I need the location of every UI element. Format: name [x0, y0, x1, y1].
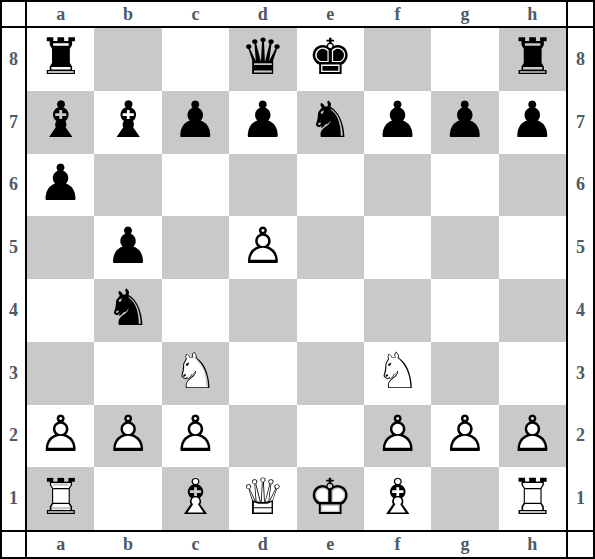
rank-label-8: 8: [568, 28, 593, 91]
piece-glyph: ♔: [297, 467, 364, 530]
square-e4[interactable]: [297, 279, 364, 342]
file-label-a: a: [27, 532, 94, 557]
square-g4[interactable]: [431, 279, 498, 342]
white-bishop-c1[interactable]: ♝♗: [162, 467, 229, 530]
piece-glyph: ♘: [364, 342, 431, 405]
white-knight-f3[interactable]: ♞♘: [364, 342, 431, 405]
black-pawn-f7[interactable]: ♟: [364, 91, 431, 154]
file-label-f: f: [364, 532, 431, 557]
rank-label-7: 7: [2, 91, 25, 154]
square-c7[interactable]: ♟: [162, 91, 229, 154]
square-f2[interactable]: ♟♙: [364, 405, 431, 468]
piece-glyph: ♙: [94, 405, 161, 468]
black-queen-d8[interactable]: ♛: [229, 28, 296, 91]
piece-glyph: ♙: [229, 216, 296, 279]
piece-glyph: ♚: [297, 28, 364, 91]
square-h7[interactable]: ♟: [499, 91, 566, 154]
rank-label-5: 5: [2, 216, 25, 279]
square-d3[interactable]: [229, 342, 296, 405]
black-pawn-h7[interactable]: ♟: [499, 91, 566, 154]
square-e8[interactable]: ♚: [297, 28, 364, 91]
square-f8[interactable]: [364, 28, 431, 91]
square-a5[interactable]: [27, 216, 94, 279]
square-h2[interactable]: ♟♙: [499, 405, 566, 468]
board-border-right: [566, 2, 568, 557]
file-label-a: a: [27, 2, 94, 26]
file-label-b: b: [94, 532, 161, 557]
black-rook-h8[interactable]: ♜: [499, 28, 566, 91]
file-label-h: h: [499, 532, 566, 557]
piece-glyph: ♗: [364, 467, 431, 530]
rank-labels-left: 87654321: [2, 28, 25, 530]
square-d2[interactable]: [229, 405, 296, 468]
square-h8[interactable]: ♜: [499, 28, 566, 91]
square-b2[interactable]: ♟♙: [94, 405, 161, 468]
piece-glyph: ♝: [94, 91, 161, 154]
file-label-c: c: [162, 532, 229, 557]
square-b1[interactable]: [94, 467, 161, 530]
piece-glyph: ♙: [364, 405, 431, 468]
piece-glyph: ♝: [27, 91, 94, 154]
square-e1[interactable]: ♚♔: [297, 467, 364, 530]
black-knight-e7[interactable]: ♞: [297, 91, 364, 154]
piece-glyph: ♙: [431, 405, 498, 468]
square-d8[interactable]: ♛: [229, 28, 296, 91]
rank-label-1: 1: [2, 467, 25, 530]
piece-glyph: ♟: [229, 91, 296, 154]
rank-label-5: 5: [568, 216, 593, 279]
square-d1[interactable]: ♛♕: [229, 467, 296, 530]
square-g5[interactable]: [431, 216, 498, 279]
square-f6[interactable]: [364, 154, 431, 217]
square-a1[interactable]: ♜♖: [27, 467, 94, 530]
square-h5[interactable]: [499, 216, 566, 279]
piece-glyph: ♟: [94, 216, 161, 279]
white-pawn-g2[interactable]: ♟♙: [431, 405, 498, 468]
black-pawn-g7[interactable]: ♟: [431, 91, 498, 154]
piece-glyph: ♙: [27, 405, 94, 468]
square-e2[interactable]: [297, 405, 364, 468]
white-knight-c3[interactable]: ♞♘: [162, 342, 229, 405]
white-pawn-f2[interactable]: ♟♙: [364, 405, 431, 468]
square-g6[interactable]: [431, 154, 498, 217]
file-label-f: f: [364, 2, 431, 26]
file-label-b: b: [94, 2, 161, 26]
square-d6[interactable]: [229, 154, 296, 217]
rank-label-3: 3: [2, 342, 25, 405]
square-f5[interactable]: [364, 216, 431, 279]
piece-glyph: ♞: [297, 91, 364, 154]
black-pawn-c7[interactable]: ♟: [162, 91, 229, 154]
white-pawn-a2[interactable]: ♟♙: [27, 405, 94, 468]
square-a8[interactable]: ♜: [27, 28, 94, 91]
square-a4[interactable]: [27, 279, 94, 342]
file-label-g: g: [431, 532, 498, 557]
square-c8[interactable]: [162, 28, 229, 91]
white-rook-h1[interactable]: ♜♖: [499, 467, 566, 530]
square-a7[interactable]: ♝: [27, 91, 94, 154]
piece-glyph: ♛: [229, 28, 296, 91]
square-b6[interactable]: [94, 154, 161, 217]
square-b8[interactable]: [94, 28, 161, 91]
piece-glyph: ♟: [364, 91, 431, 154]
square-h3[interactable]: [499, 342, 566, 405]
file-label-e: e: [297, 2, 364, 26]
square-e5[interactable]: [297, 216, 364, 279]
square-d4[interactable]: [229, 279, 296, 342]
piece-glyph: ♜: [499, 28, 566, 91]
white-pawn-d5[interactable]: ♟♙: [229, 216, 296, 279]
piece-glyph: ♜: [27, 28, 94, 91]
white-king-e1[interactable]: ♚♔: [297, 467, 364, 530]
file-label-h: h: [499, 2, 566, 26]
piece-glyph: ♕: [229, 467, 296, 530]
rank-label-6: 6: [2, 154, 25, 217]
rank-label-2: 2: [2, 405, 25, 468]
black-bishop-a7[interactable]: ♝: [27, 91, 94, 154]
file-label-d: d: [229, 2, 296, 26]
white-rook-a1[interactable]: ♜♖: [27, 467, 94, 530]
square-a3[interactable]: [27, 342, 94, 405]
black-king-e8[interactable]: ♚: [297, 28, 364, 91]
rank-label-8: 8: [2, 28, 25, 91]
square-b7[interactable]: ♝: [94, 91, 161, 154]
rank-label-6: 6: [568, 154, 593, 217]
square-c1[interactable]: ♝♗: [162, 467, 229, 530]
square-c6[interactable]: [162, 154, 229, 217]
white-pawn-c2[interactable]: ♟♙: [162, 405, 229, 468]
square-g7[interactable]: ♟: [431, 91, 498, 154]
board-border-bottom: [2, 530, 593, 532]
rank-labels-right: 87654321: [568, 28, 593, 530]
rank-label-4: 4: [2, 279, 25, 342]
black-pawn-d7[interactable]: ♟: [229, 91, 296, 154]
black-rook-a8[interactable]: ♜: [27, 28, 94, 91]
square-b3[interactable]: [94, 342, 161, 405]
white-pawn-b2[interactable]: ♟♙: [94, 405, 161, 468]
square-e7[interactable]: ♞: [297, 91, 364, 154]
square-c4[interactable]: [162, 279, 229, 342]
square-b4[interactable]: ♞: [94, 279, 161, 342]
square-g8[interactable]: [431, 28, 498, 91]
square-h4[interactable]: [499, 279, 566, 342]
file-labels-bottom: abcdefgh: [27, 532, 566, 557]
file-labels-top: abcdefgh: [27, 2, 566, 26]
file-label-d: d: [229, 532, 296, 557]
square-c3[interactable]: ♞♘: [162, 342, 229, 405]
square-a6[interactable]: ♟: [27, 154, 94, 217]
chess-diagram: abcdefgh 87654321 87654321 abcdefgh ♜♛♚♜…: [0, 0, 595, 559]
square-d5[interactable]: ♟♙: [229, 216, 296, 279]
piece-glyph: ♟: [431, 91, 498, 154]
black-knight-b4[interactable]: ♞: [94, 279, 161, 342]
black-pawn-a6[interactable]: ♟: [27, 154, 94, 217]
chess-board: ♜♛♚♜♝♝♟♟♞♟♟♟♟♟♟♙♞♞♘♞♘♟♙♟♙♟♙♟♙♟♙♟♙♜♖♝♗♛♕♚…: [27, 28, 566, 530]
rank-label-2: 2: [568, 405, 593, 468]
square-a2[interactable]: ♟♙: [27, 405, 94, 468]
square-e6[interactable]: [297, 154, 364, 217]
white-bishop-f1[interactable]: ♝♗: [364, 467, 431, 530]
square-h6[interactable]: [499, 154, 566, 217]
square-d7[interactable]: ♟: [229, 91, 296, 154]
square-g2[interactable]: ♟♙: [431, 405, 498, 468]
black-pawn-b5[interactable]: ♟: [94, 216, 161, 279]
white-pawn-h2[interactable]: ♟♙: [499, 405, 566, 468]
square-g1[interactable]: [431, 467, 498, 530]
square-h1[interactable]: ♜♖: [499, 467, 566, 530]
square-f3[interactable]: ♞♘: [364, 342, 431, 405]
square-f7[interactable]: ♟: [364, 91, 431, 154]
square-f1[interactable]: ♝♗: [364, 467, 431, 530]
piece-glyph: ♙: [162, 405, 229, 468]
file-label-e: e: [297, 532, 364, 557]
square-c5[interactable]: [162, 216, 229, 279]
white-queen-d1[interactable]: ♛♕: [229, 467, 296, 530]
piece-glyph: ♗: [162, 467, 229, 530]
rank-label-4: 4: [568, 279, 593, 342]
square-e3[interactable]: [297, 342, 364, 405]
rank-label-3: 3: [568, 342, 593, 405]
piece-glyph: ♟: [499, 91, 566, 154]
square-b5[interactable]: ♟: [94, 216, 161, 279]
piece-glyph: ♙: [499, 405, 566, 468]
piece-glyph: ♖: [27, 467, 94, 530]
square-g3[interactable]: [431, 342, 498, 405]
piece-glyph: ♟: [27, 154, 94, 217]
rank-label-7: 7: [568, 91, 593, 154]
square-c2[interactable]: ♟♙: [162, 405, 229, 468]
piece-glyph: ♟: [162, 91, 229, 154]
piece-glyph: ♖: [499, 467, 566, 530]
file-label-g: g: [431, 2, 498, 26]
file-label-c: c: [162, 2, 229, 26]
rank-label-1: 1: [568, 467, 593, 530]
piece-glyph: ♘: [162, 342, 229, 405]
black-bishop-b7[interactable]: ♝: [94, 91, 161, 154]
square-f4[interactable]: [364, 279, 431, 342]
piece-glyph: ♞: [94, 279, 161, 342]
